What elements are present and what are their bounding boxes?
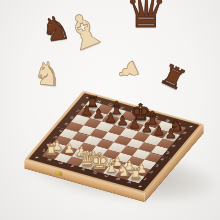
border-diamond-icon: ◆ [189, 125, 194, 128]
border-diamond-icon: ◆ [35, 156, 40, 159]
coordinate-label: F [119, 106, 124, 110]
coordinate-label: 3 [52, 136, 57, 140]
clasp-latch [56, 170, 62, 176]
coordinate-label: D [142, 113, 148, 117]
coordinate-label: 7 [176, 138, 181, 142]
coordinate-label: A [176, 122, 182, 126]
coordinate-label: 8 [182, 131, 187, 135]
coordinate-label: G [107, 103, 113, 107]
coordinate-label: 7 [75, 110, 80, 114]
coordinate-label: E [130, 109, 136, 113]
coordinate-label: H [96, 100, 102, 104]
chess-board: ◆ ◆ ◆ ◆ HGFEDCBA HGFEDCBA 87654321 87654… [24, 91, 203, 194]
border-diamond-icon: ◆ [86, 96, 91, 99]
product-photo-canvas: ◆ ◆ ◆ ◆ HGFEDCBA HGFEDCBA 87654321 87654… [0, 0, 220, 220]
scene: ◆ ◆ ◆ ◆ HGFEDCBA HGFEDCBA 87654321 87654… [0, 0, 220, 220]
coordinate-label: B [165, 119, 171, 123]
border-diamond-icon: ◆ [138, 185, 143, 188]
coordinate-label: C [153, 116, 159, 120]
coordinate-label: 4 [58, 129, 63, 133]
coordinate-label: 8 [80, 103, 85, 107]
coordinate-label: 5 [63, 123, 68, 127]
coordinate-label: 6 [69, 116, 74, 120]
coordinate-label: 4 [159, 158, 164, 162]
